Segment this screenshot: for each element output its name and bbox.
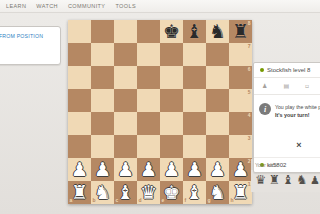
info-icon: i: [259, 103, 271, 115]
square-a3[interactable]: [68, 135, 91, 158]
piece-white-knight[interactable]: ♞: [206, 181, 229, 204]
piece-white-pawn[interactable]: ♟: [183, 158, 206, 181]
square-f4[interactable]: [183, 112, 206, 135]
square-b7[interactable]: [91, 43, 114, 66]
nav-item-community[interactable]: COMMUNITY: [68, 3, 106, 9]
close-row: ×: [254, 132, 320, 157]
pawn-icon[interactable]: ♟: [262, 83, 267, 89]
square-d5[interactable]: [137, 89, 160, 112]
piece-white-knight[interactable]: ♞: [91, 181, 114, 204]
square-d7[interactable]: [137, 43, 160, 66]
square-e8[interactable]: ♚: [160, 20, 183, 43]
captured-black-rook: ♜: [269, 174, 280, 187]
turn-label: Your turn: [255, 162, 277, 168]
square-b5[interactable]: [91, 89, 114, 112]
square-a2[interactable]: ♟: [68, 158, 91, 181]
square-e7[interactable]: [160, 43, 183, 66]
square-e3[interactable]: [160, 135, 183, 158]
square-a1[interactable]: a♜: [68, 181, 91, 204]
square-g6[interactable]: [206, 66, 229, 89]
square-h1[interactable]: 1h♜: [229, 181, 252, 204]
square-a7[interactable]: [68, 43, 91, 66]
piece-white-pawn[interactable]: ♟: [229, 158, 252, 181]
piece-white-pawn[interactable]: ♟: [137, 158, 160, 181]
square-c6[interactable]: [114, 66, 137, 89]
rank-coordinate: 7: [248, 44, 251, 49]
captured-black-queen: ♛: [255, 174, 266, 187]
online-status-icon: [260, 68, 264, 72]
square-h3[interactable]: 3: [229, 135, 252, 158]
rank-coordinate: 4: [248, 113, 251, 118]
captured-black-bishop: ♝: [282, 174, 293, 187]
square-e6[interactable]: [160, 66, 183, 89]
piece-white-pawn[interactable]: ♟: [206, 158, 229, 181]
square-g3[interactable]: [206, 135, 229, 158]
piece-black-rook[interactable]: ♜: [229, 20, 252, 43]
square-h6[interactable]: 6: [229, 66, 252, 89]
close-button[interactable]: ×: [296, 140, 301, 150]
piece-black-bishop[interactable]: ♝: [183, 20, 206, 43]
captured-black-knight: ♞: [296, 174, 307, 187]
square-c4[interactable]: [114, 112, 137, 135]
piece-white-pawn[interactable]: ♟: [114, 158, 137, 181]
square-c8[interactable]: [114, 20, 137, 43]
square-f3[interactable]: [183, 135, 206, 158]
nav-item-tools[interactable]: TOOLS: [115, 3, 136, 9]
square-f7[interactable]: [183, 43, 206, 66]
board-icon[interactable]: ▤: [283, 83, 289, 89]
square-b2[interactable]: ♟: [91, 158, 114, 181]
piece-white-bishop[interactable]: ♝: [114, 181, 137, 204]
square-a4[interactable]: [68, 112, 91, 135]
turn-message-line1: You play the white pieces: [275, 104, 320, 110]
panel-toolbar: ♟▤▫: [254, 77, 320, 95]
nav-item-watch[interactable]: WATCH: [36, 3, 58, 9]
opponent-name: Stockfish level 8: [267, 67, 310, 73]
square-c2[interactable]: ♟: [114, 158, 137, 181]
square-a6[interactable]: [68, 66, 91, 89]
piece-white-rook[interactable]: ♜: [229, 181, 252, 204]
square-c3[interactable]: [114, 135, 137, 158]
square-b6[interactable]: [91, 66, 114, 89]
square-d6[interactable]: [137, 66, 160, 89]
square-g8[interactable]: ♞: [206, 20, 229, 43]
piece-white-pawn[interactable]: ♟: [68, 158, 91, 181]
app-window: LEARNWATCHCOMMUNITYTOOLS FROM POSITION ♚…: [0, 0, 320, 214]
square-c1[interactable]: c♝: [114, 181, 137, 204]
chess-board[interactable]: ♚♝♞8♜76543♟♟♟♟♟♟♟2♟a♜b♞c♝d♛e♚f♝g♞1h♜: [68, 20, 252, 204]
piece-white-rook[interactable]: ♜: [68, 181, 91, 204]
from-position-link[interactable]: FROM POSITION: [0, 27, 60, 39]
turn-message: i You play the white pieces It's your tu…: [254, 95, 320, 132]
top-nav: LEARNWATCHCOMMUNITYTOOLS: [0, 0, 320, 13]
square-d3[interactable]: [137, 135, 160, 158]
window-icon[interactable]: ▫: [305, 83, 309, 89]
piece-white-bishop[interactable]: ♝: [183, 181, 206, 204]
game-panel: Stockfish level 8 ♟▤▫ i You play the whi…: [253, 62, 320, 173]
square-h2[interactable]: 2♟: [229, 158, 252, 181]
square-d1[interactable]: d♛: [137, 181, 160, 204]
square-f6[interactable]: [183, 66, 206, 89]
rank-coordinate: 5: [248, 90, 251, 95]
square-f5[interactable]: [183, 89, 206, 112]
square-d4[interactable]: [137, 112, 160, 135]
piece-white-pawn[interactable]: ♟: [91, 158, 114, 181]
sidebar-card: FROM POSITION: [0, 26, 61, 65]
square-d8[interactable]: [137, 20, 160, 43]
piece-white-king[interactable]: ♚: [160, 181, 183, 204]
square-h4[interactable]: 4: [229, 112, 252, 135]
square-b3[interactable]: [91, 135, 114, 158]
square-c7[interactable]: [114, 43, 137, 66]
square-f8[interactable]: ♝: [183, 20, 206, 43]
square-h5[interactable]: 5: [229, 89, 252, 112]
square-e5[interactable]: [160, 89, 183, 112]
square-a8[interactable]: [68, 20, 91, 43]
piece-black-knight[interactable]: ♞: [206, 20, 229, 43]
square-b8[interactable]: [91, 20, 114, 43]
captured-pieces-tray: ♛♜♝♞♟♟♟♟: [255, 170, 320, 190]
square-g4[interactable]: [206, 112, 229, 135]
square-b1[interactable]: b♞: [91, 181, 114, 204]
square-a5[interactable]: [68, 89, 91, 112]
rank-coordinate: 3: [248, 136, 251, 141]
square-g7[interactable]: [206, 43, 229, 66]
piece-white-queen[interactable]: ♛: [137, 181, 160, 204]
square-g2[interactable]: ♟: [206, 158, 229, 181]
square-e4[interactable]: [160, 112, 183, 135]
piece-white-pawn[interactable]: ♟: [160, 158, 183, 181]
square-c5[interactable]: [114, 89, 137, 112]
square-e1[interactable]: e♚: [160, 181, 183, 204]
square-f2[interactable]: ♟: [183, 158, 206, 181]
square-d2[interactable]: ♟: [137, 158, 160, 181]
square-h8[interactable]: 8♜: [229, 20, 252, 43]
square-f1[interactable]: f♝: [183, 181, 206, 204]
square-h7[interactable]: 7: [229, 43, 252, 66]
nav-item-learn[interactable]: LEARN: [6, 3, 26, 9]
square-e2[interactable]: ♟: [160, 158, 183, 181]
square-g5[interactable]: [206, 89, 229, 112]
square-b4[interactable]: [91, 112, 114, 135]
rank-coordinate: 6: [248, 67, 251, 72]
square-g1[interactable]: g♞: [206, 181, 229, 204]
piece-black-king[interactable]: ♚: [160, 20, 183, 43]
turn-message-text: You play the white pieces It's your turn…: [275, 103, 320, 120]
opponent-row: Stockfish level 8: [254, 63, 320, 77]
turn-message-line2: It's your turn!: [275, 112, 310, 118]
